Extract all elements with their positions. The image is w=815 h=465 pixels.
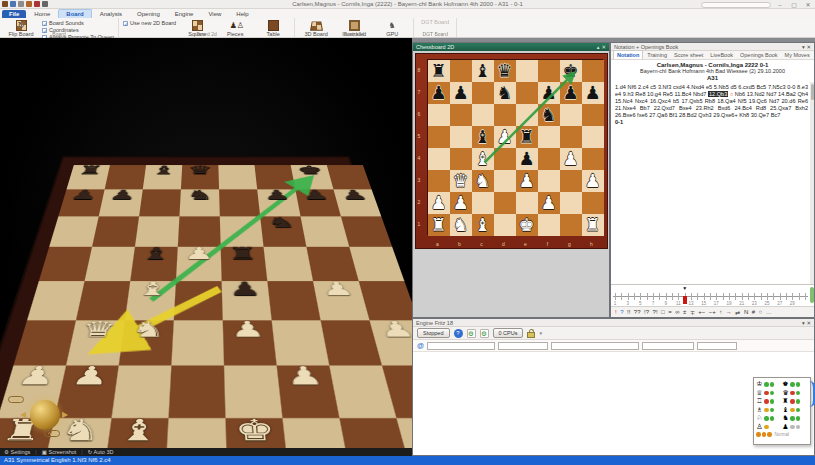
settings-button[interactable]: ⚙ Settings — [4, 449, 30, 455]
square-e7[interactable] — [516, 82, 538, 104]
status-dot[interactable] — [790, 399, 795, 404]
engine-toolbar: Stopped ? ⚙ ⚙ 0 CPUs ▾ — [413, 327, 814, 340]
square-c4[interactable] — [125, 281, 176, 320]
square-g4[interactable]: ♟ — [560, 148, 582, 170]
board-3d-toolbar: ⚙ Settings|▣ Screenshot|↻ Auto 3D — [0, 448, 412, 456]
square-e4[interactable] — [222, 281, 272, 320]
eval-scroll-thumb[interactable] — [810, 287, 814, 303]
engine-cpus-button[interactable]: 0 CPUs — [493, 328, 524, 338]
engine-field-4[interactable] — [642, 342, 694, 350]
status-dot[interactable] — [796, 408, 801, 413]
annotation-symbol[interactable]: □ — [661, 309, 665, 315]
black-bishop-c5[interactable]: ♝ — [472, 126, 494, 148]
square-h8[interactable] — [327, 165, 372, 189]
square-h4[interactable] — [582, 148, 604, 170]
square-f8[interactable] — [538, 60, 560, 82]
black-knight-d7[interactable]: ♞ — [494, 82, 516, 104]
square-e2[interactable] — [516, 192, 538, 214]
square-b8[interactable] — [105, 165, 146, 189]
status-dot[interactable] — [796, 416, 801, 421]
square-e7[interactable] — [219, 189, 260, 216]
game-header: Carlsen,Magnus - Cornils,Inga 2222 0-1 B… — [611, 60, 814, 82]
dgt-board-button[interactable]: DGT Board — [418, 20, 452, 26]
square-g5[interactable] — [560, 126, 582, 148]
square-e2[interactable] — [224, 365, 282, 418]
square-c5[interactable] — [130, 247, 178, 281]
status-dot[interactable] — [770, 399, 775, 404]
square-b7[interactable]: ♟ — [450, 82, 472, 104]
black-pawn-f7[interactable]: ♟ — [538, 82, 560, 104]
collapsed-panel-tab[interactable] — [809, 381, 815, 407]
annotation-symbol[interactable]: ○ — [759, 309, 763, 315]
square-c2[interactable] — [472, 192, 494, 214]
square-a7[interactable]: ♟ — [428, 82, 450, 104]
annotation-symbol[interactable]: ?? — [634, 309, 641, 315]
square-f6[interactable] — [260, 216, 306, 246]
square-a1[interactable]: ♜ — [428, 214, 450, 236]
open-icon[interactable] — [18, 1, 24, 7]
board-3d[interactable]: ♜♝♛♚♟♟♞♟♟♟♞♝♟♜♝♟♟♛♞♟♟♟♟♟♜♞♝♚♜ — [0, 158, 412, 448]
engine-info-icon[interactable]: ? — [454, 329, 463, 338]
square-d1[interactable] — [165, 418, 227, 448]
square-a6[interactable] — [49, 216, 99, 246]
status-dot[interactable] — [796, 425, 801, 430]
white-pawn-e3[interactable]: ♟ — [516, 170, 538, 192]
white-knight-b1[interactable]: ♞ — [450, 214, 472, 236]
annotation-symbol[interactable]: ?! — [653, 309, 658, 315]
status-dot[interactable] — [764, 416, 769, 421]
checkbox-use-new-2d-board[interactable]: ✓Use new 2D Board — [123, 20, 176, 26]
square-c8[interactable] — [143, 165, 182, 189]
square-b4[interactable] — [76, 281, 130, 320]
white-pawn-d5[interactable]: ♟ — [494, 126, 516, 148]
square-c1[interactable] — [103, 418, 168, 448]
square-a5[interactable] — [39, 247, 92, 281]
board-2d-frame: 87654321 abcdefgh ♜♝♛♚♟♟♞♟♟♟♞♝♟♜♝♟♟♛♞♟♟♟… — [415, 53, 608, 249]
black-piece-icon: ♚ — [782, 380, 789, 388]
square-d8[interactable]: ♛ — [494, 60, 516, 82]
square-d5[interactable] — [176, 247, 222, 281]
auto-3d-button[interactable]: ↻ Auto 3D — [88, 449, 114, 455]
square-b5[interactable] — [85, 247, 135, 281]
status-dot[interactable] — [790, 425, 795, 430]
notation-tab-notation[interactable]: Notation — [613, 50, 643, 59]
annotation-symbol[interactable]: +− — [698, 309, 705, 315]
new-game-icon[interactable] — [10, 1, 16, 7]
square-f2[interactable]: ♟ — [538, 192, 560, 214]
black-queen-d8[interactable]: ♛ — [494, 60, 516, 82]
black-king-g8[interactable]: ♚ — [560, 60, 582, 82]
square-g3[interactable] — [560, 170, 582, 192]
white-pawn-f2[interactable]: ♟ — [538, 192, 560, 214]
square-d8[interactable] — [181, 165, 219, 189]
status-dot[interactable] — [770, 382, 775, 387]
maximize-button[interactable]: ▢ — [789, 1, 799, 8]
status-dot[interactable] — [764, 425, 769, 430]
status-dot[interactable] — [796, 391, 801, 396]
square-g6[interactable] — [560, 104, 582, 126]
status-dot[interactable] — [764, 399, 769, 404]
status-dot[interactable] — [790, 391, 795, 396]
engine-field-1[interactable] — [427, 342, 495, 350]
tab-engine[interactable]: Engine — [168, 10, 201, 18]
board-2d-title: Chessboard 2D — [416, 43, 454, 51]
annotation-symbol[interactable]: !! — [627, 309, 630, 315]
engine-window: Engine Fritz 18 ▾ ✕ Stopped ? ⚙ ⚙ 0 CPUs… — [412, 318, 815, 456]
white-piece-icon: ♕ — [756, 389, 763, 397]
square-c6[interactable] — [472, 104, 494, 126]
black-pawn-b7[interactable]: ♟ — [450, 82, 472, 104]
square-b5[interactable] — [450, 126, 472, 148]
square-c2[interactable] — [112, 365, 172, 418]
square-e1[interactable] — [225, 418, 289, 448]
notation-scrollbar[interactable] — [810, 82, 814, 284]
black-rook-a8[interactable]: ♜ — [428, 60, 450, 82]
square-h8[interactable] — [582, 60, 604, 82]
square-c5[interactable]: ♝ — [472, 126, 494, 148]
tab-file[interactable]: File — [2, 10, 26, 18]
square-d2[interactable] — [494, 192, 516, 214]
annotation-toolbar: !?!!??!??!□=∞±∓+−−+↑→⇄N#○… — [611, 306, 814, 317]
square-e8[interactable] — [218, 165, 257, 189]
square-c6[interactable] — [135, 216, 180, 246]
square-b4[interactable] — [450, 148, 472, 170]
tab-analysis[interactable]: Analysis — [93, 10, 129, 18]
screenshot-button[interactable]: ▣ Screenshot — [42, 449, 77, 455]
square-d2[interactable] — [169, 365, 226, 418]
square-b3[interactable]: ♛ — [450, 170, 472, 192]
square-d6[interactable] — [494, 104, 516, 126]
annotation-symbol[interactable]: … — [766, 309, 772, 315]
square-f7[interactable]: ♟ — [538, 82, 560, 104]
rank-labels: 87654321 — [418, 59, 421, 235]
square-b1[interactable]: ♞ — [450, 214, 472, 236]
eval-red-bar — [683, 296, 687, 304]
status-dot[interactable] — [756, 432, 761, 437]
annotation-symbol[interactable]: ∞ — [675, 309, 679, 315]
engine-titlebar[interactable]: Engine Fritz 18 ▾ ✕ — [413, 319, 814, 327]
ribbon-group-board-2d: ✓Use new 2D BoardSquare▾♟♙Pieces▾Table▾B… — [119, 18, 295, 37]
annotation-symbol[interactable]: → — [726, 309, 732, 315]
square-c7[interactable] — [472, 82, 494, 104]
minimize-button[interactable]: – — [775, 2, 785, 8]
black-piece-icon: ♜ — [782, 397, 789, 405]
board-icon[interactable] — [2, 1, 8, 7]
current-move-marker: ▼ — [682, 285, 687, 291]
tab-opening[interactable]: Opening — [130, 10, 167, 18]
square-a4[interactable] — [428, 148, 450, 170]
notation-title: Notation + Openings Book — [614, 43, 678, 50]
view-undo-pill[interactable]: ↶↶ — [8, 396, 24, 403]
annotation-symbol[interactable]: # — [752, 309, 755, 315]
workspace: ♜♝♛♚♟♟♞♟♟♟♞♝♟♜♝♟♟♛♞♟♟♟♟♟♜♞♝♚♜ ◀ ▶ ↶↶ ↷↷ … — [0, 38, 815, 448]
square-f5[interactable] — [264, 247, 313, 281]
square-e5[interactable] — [221, 247, 268, 281]
app-window: Carlsen,Magnus - Cornils,Inga (2222) - B… — [0, 0, 815, 465]
black-knight-f6[interactable]: ♞ — [538, 104, 560, 126]
eco-code: A31 — [611, 75, 814, 81]
white-piece-icon: ♗ — [756, 406, 763, 414]
save-icon[interactable] — [26, 1, 32, 7]
square-f8[interactable] — [255, 165, 296, 189]
annotation-symbol[interactable]: ⇄ — [735, 309, 740, 316]
square-e1[interactable]: ♚ — [516, 214, 538, 236]
event-line: Bayern-chI Bank Hofmann 4th Bad Wiessee … — [611, 68, 814, 74]
square-h7[interactable] — [333, 189, 381, 216]
square-g7[interactable]: ♟ — [560, 82, 582, 104]
square-b2[interactable]: ♟ — [450, 192, 472, 214]
rotate-left-icon[interactable]: ◀ — [20, 410, 26, 419]
square-c3[interactable] — [119, 320, 174, 365]
engine-tune-icon[interactable]: ⚙ — [480, 329, 489, 338]
engine-field-2[interactable] — [498, 342, 548, 350]
engine-fields-row: @ — [413, 340, 814, 352]
black-rook-e5[interactable]: ♜ — [516, 126, 538, 148]
board-2d-close-icon[interactable]: ✕ — [601, 43, 606, 51]
board-2d-collapse-icon[interactable]: ▴ — [597, 43, 600, 51]
annotation-symbol[interactable]: ± — [683, 309, 686, 315]
ribbon-group-board-3d: 3D Board▾Illustrated Board▾♞GPU accelera… — [295, 18, 414, 37]
square-h5[interactable] — [582, 126, 604, 148]
square-d3[interactable] — [171, 320, 224, 365]
white-pawn-b2[interactable]: ♟ — [450, 192, 472, 214]
checkbox-board-sounds[interactable]: ✓Board Sounds — [42, 20, 114, 26]
white-piece-icon: ♙ — [756, 423, 763, 431]
square-g8[interactable]: ♚ — [560, 60, 582, 82]
opening-name: A31 Symmetrical English 1.Nf3 Nf6 2.c4 — [4, 457, 111, 463]
notation-window: Notation + Openings Book ▾ ✕ NotationTra… — [610, 42, 815, 318]
quick-access-toolbar — [2, 1, 48, 7]
white-king-e1[interactable]: ♚ — [516, 214, 538, 236]
square-h5[interactable] — [349, 247, 404, 281]
black-bishop-c8[interactable]: ♝ — [472, 60, 494, 82]
white-rook-h1[interactable]: ♜ — [582, 214, 604, 236]
square-h1[interactable]: ♜ — [582, 214, 604, 236]
square-d4[interactable] — [174, 281, 223, 320]
view-redo-pill[interactable]: ↷↷ — [44, 430, 60, 437]
board-3d-view[interactable]: ♜♝♛♚♟♟♞♟♟♟♞♝♟♜♝♟♟♛♞♟♟♟♟♟♜♞♝♚♜ ◀ ▶ ↶↶ ↷↷ — [0, 38, 412, 448]
white-bishop-c1[interactable]: ♝ — [472, 214, 494, 236]
square-b6[interactable] — [450, 104, 472, 126]
square-a5[interactable] — [428, 126, 450, 148]
engine-stopped-button[interactable]: Stopped — [417, 328, 450, 338]
black-piece-icon: ♟ — [782, 423, 789, 431]
square-c3[interactable]: ♞ — [472, 170, 494, 192]
status-dot[interactable] — [790, 408, 795, 413]
square-h3[interactable]: ♟ — [582, 170, 604, 192]
white-pawn-g4[interactable]: ♟ — [560, 148, 582, 170]
square-f4[interactable] — [267, 281, 320, 320]
square-e3[interactable]: ♟ — [516, 170, 538, 192]
square-f3[interactable] — [272, 320, 330, 365]
title-bar: Carlsen,Magnus - Cornils,Inga (2222) - B… — [0, 0, 815, 9]
engine-field-5[interactable] — [697, 342, 737, 350]
status-dot[interactable] — [770, 391, 775, 396]
square-f1[interactable] — [538, 214, 560, 236]
square-b6[interactable] — [92, 216, 139, 246]
annotation-symbol[interactable]: ↑ — [719, 309, 722, 315]
black-pawn-a7[interactable]: ♟ — [428, 82, 450, 104]
square-c7[interactable] — [139, 189, 181, 216]
notation-tab-openings-book[interactable]: Openings Book — [737, 51, 781, 59]
engine-dropdown-icon[interactable]: ▾ — [539, 330, 542, 336]
square-d7[interactable]: ♞ — [494, 82, 516, 104]
annotation-symbol[interactable]: N — [744, 309, 748, 315]
engine-settings-icon[interactable]: ⚙ — [467, 329, 476, 338]
square-h7[interactable]: ♟ — [582, 82, 604, 104]
white-pawn-a2[interactable]: ♟ — [428, 192, 450, 214]
square-f3[interactable] — [538, 170, 560, 192]
engine-field-3[interactable] — [551, 342, 639, 350]
black-piece-icon: ♛ — [782, 389, 789, 397]
square-f5[interactable] — [538, 126, 560, 148]
engine-collapse-icon[interactable]: ▾ — [802, 320, 805, 326]
lock-icon[interactable] — [527, 329, 535, 338]
status-bar: A31 Symmetrical English 1.Nf3 Nf6 2.c4 — [0, 456, 815, 465]
square-b7[interactable] — [99, 189, 143, 216]
square-b3[interactable] — [66, 320, 125, 365]
square-b8[interactable] — [450, 60, 472, 82]
engine-close-icon[interactable]: ✕ — [806, 320, 811, 326]
tab-board[interactable]: Board — [58, 9, 91, 18]
redo-icon[interactable] — [42, 1, 48, 7]
3d-navigation-orb[interactable] — [30, 400, 60, 430]
result: 0-1 — [615, 119, 808, 126]
tab-home[interactable]: Home — [27, 10, 57, 18]
square-a7[interactable] — [58, 189, 104, 216]
status-dot[interactable] — [790, 382, 795, 387]
square-f4[interactable] — [538, 148, 560, 170]
white-rook-a1[interactable]: ♜ — [428, 214, 450, 236]
ribbon-tabs: FileHomeBoardAnalysisOpeningEngineViewHe… — [0, 9, 815, 18]
status-dot[interactable] — [764, 391, 769, 396]
board-2d-titlebar[interactable]: Chessboard 2D ▴✕ — [413, 43, 609, 51]
undo-icon[interactable] — [34, 1, 40, 7]
annotation-symbol[interactable]: ! — [615, 309, 617, 315]
engine-at-icon[interactable]: @ — [417, 342, 424, 349]
evaluation-profile[interactable]: 1357911131517192123252729▼ — [611, 284, 814, 306]
black-pawn-g7[interactable]: ♟ — [560, 82, 582, 104]
file-labels: abcdefgh — [427, 241, 603, 247]
square-a4[interactable] — [27, 281, 85, 320]
window-title: Carlsen,Magnus - Cornils,Inga (2222) - B… — [0, 1, 815, 7]
notation-close-icon[interactable]: ✕ — [806, 44, 811, 50]
white-queen-b3[interactable]: ♛ — [450, 170, 472, 192]
square-a2[interactable]: ♟ — [428, 192, 450, 214]
white-piece-icon: ♔ — [756, 380, 763, 388]
square-e6[interactable] — [220, 216, 264, 246]
annotation-symbol[interactable]: −+ — [709, 309, 716, 315]
status-dot[interactable] — [767, 432, 772, 437]
square-h6[interactable] — [341, 216, 392, 246]
square-d4[interactable] — [494, 148, 516, 170]
square-d1[interactable] — [494, 214, 516, 236]
status-dot[interactable] — [764, 408, 769, 413]
square-d5[interactable]: ♟ — [494, 126, 516, 148]
status-dot[interactable] — [796, 399, 801, 404]
move-list[interactable]: 1.d4 Nf6 2.c4 c5 3.Nf3 cxd4 4.Nxd4 e5 5.… — [611, 82, 814, 284]
black-piece-icon: ♝ — [782, 406, 789, 414]
current-move[interactable]: 12.Qb3 — [708, 91, 728, 97]
status-dot[interactable] — [764, 382, 769, 387]
status-dot[interactable] — [790, 416, 795, 421]
ribbon-group-dgt-board: DGT BoardDGT Board — [414, 18, 457, 37]
white-bishop-c4[interactable]: ♝ — [472, 148, 494, 170]
square-a3[interactable] — [428, 170, 450, 192]
square-a6[interactable] — [428, 104, 450, 126]
square-e3[interactable] — [223, 320, 277, 365]
black-pawn-e4[interactable]: ♟ — [516, 148, 538, 170]
square-c8[interactable]: ♝ — [472, 60, 494, 82]
engine-title: Engine Fritz 18 — [416, 319, 453, 326]
status-dot[interactable] — [762, 432, 767, 437]
ribbon-group-board: ↻Flip Board✓Board Sounds✓Coordinates✓Alw… — [0, 18, 119, 37]
square-f7[interactable] — [257, 189, 300, 216]
ribbon: ↻Flip Board✓Board Sounds✓Coordinates✓Alw… — [0, 18, 815, 38]
black-pawn-h7[interactable]: ♟ — [582, 82, 604, 104]
square-d7[interactable] — [179, 189, 219, 216]
square-f6[interactable]: ♞ — [538, 104, 560, 126]
close-button[interactable]: ✕ — [803, 1, 813, 8]
square-e6[interactable] — [516, 104, 538, 126]
tab-help[interactable]: Help — [229, 10, 255, 18]
white-pawn-h3[interactable]: ♟ — [582, 170, 604, 192]
square-d3[interactable] — [494, 170, 516, 192]
square-a8[interactable]: ♜ — [428, 60, 450, 82]
status-dot[interactable] — [770, 416, 775, 421]
titlebar-search-box[interactable] — [701, 2, 771, 8]
annotation-symbol[interactable]: ? — [620, 309, 623, 315]
board-2d-window: Chessboard 2D ▴✕ 87654321 abcdefgh ♜♝♛♚♟… — [412, 42, 610, 318]
annotation-symbol[interactable]: = — [668, 309, 672, 315]
white-piece-icon: ♘ — [756, 414, 763, 422]
square-d6[interactable] — [178, 216, 221, 246]
square-c1[interactable]: ♝ — [472, 214, 494, 236]
annotation-symbol[interactable]: ∓ — [690, 309, 695, 316]
square-g2[interactable] — [560, 192, 582, 214]
square-e8[interactable] — [516, 60, 538, 82]
notation-tab-training[interactable]: Training — [644, 51, 670, 59]
square-a8[interactable] — [66, 165, 109, 189]
square-h2[interactable] — [582, 192, 604, 214]
square-e5[interactable]: ♜ — [516, 126, 538, 148]
status-dot[interactable] — [770, 408, 775, 413]
white-knight-c3[interactable]: ♞ — [472, 170, 494, 192]
black-piece-icon: ♞ — [782, 414, 789, 422]
white-piece-icon: ♖ — [756, 397, 763, 405]
annotation-symbol[interactable]: !? — [644, 309, 649, 315]
notation-tab-livebook[interactable]: LiveBook — [707, 51, 736, 59]
square-h6[interactable] — [582, 104, 604, 126]
notation-tab-my-moves[interactable]: My Moves — [782, 51, 813, 59]
tab-view[interactable]: View — [201, 10, 228, 18]
rotate-right-icon[interactable]: ▶ — [62, 410, 68, 419]
square-e4[interactable]: ♟ — [516, 148, 538, 170]
notation-collapse-icon[interactable]: ▾ — [802, 44, 805, 50]
square-g1[interactable] — [560, 214, 582, 236]
square-c4[interactable]: ♝ — [472, 148, 494, 170]
board-2d[interactable]: ♜♝♛♚♟♟♞♟♟♟♞♝♟♜♝♟♟♛♞♟♟♟♟♟♜♞♝♚♜ — [427, 59, 603, 235]
notation-tabs: NotationTrainingScore sheetLiveBookOpeni… — [611, 51, 814, 60]
status-dot[interactable] — [796, 382, 801, 387]
notation-tab-score-sheet[interactable]: Score sheet — [671, 51, 706, 59]
piece-status-palette: ♔♚♕♛♖♜♗♝♘♞♙♟Normal — [753, 377, 811, 445]
